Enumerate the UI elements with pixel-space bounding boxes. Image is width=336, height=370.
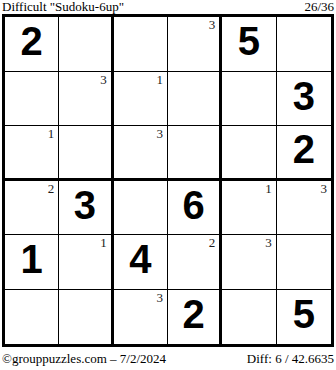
- puzzle-title: Difficult "Sudoku-6up": [2, 0, 124, 14]
- given-digit: 4: [114, 233, 167, 287]
- pencil-mark: 3: [156, 290, 163, 305]
- given-digit: 5: [222, 15, 275, 69]
- cell-r5c2[interactable]: 1: [59, 235, 113, 290]
- header-bar: Difficult "Sudoku-6up" 26/36: [0, 0, 336, 14]
- cell-r3c2[interactable]: [59, 126, 113, 181]
- cell-r4c6[interactable]: 3: [277, 181, 331, 236]
- cell-r6c5[interactable]: [222, 290, 276, 345]
- pencil-mark: 2: [209, 235, 216, 250]
- cell-r6c2[interactable]: [59, 290, 113, 345]
- cell-r2c3[interactable]: 1: [114, 72, 168, 127]
- footer-bar: ©grouppuzzles.com – 7/2/2024 Diff: 6 / 4…: [0, 352, 336, 366]
- difficulty-label: Diff: 6 / 42.6635: [247, 352, 334, 366]
- given-digit: 6: [168, 179, 219, 233]
- cell-r3c5[interactable]: [222, 126, 276, 181]
- cell-r2c4[interactable]: [168, 72, 222, 127]
- cell-r4c1[interactable]: 2: [5, 181, 59, 236]
- pencil-mark: 1: [156, 72, 163, 87]
- cell-r2c6[interactable]: 3: [277, 72, 331, 127]
- pencil-mark: 3: [156, 126, 163, 141]
- cell-r5c3[interactable]: 4: [114, 235, 168, 290]
- copyright-date-label: ©grouppuzzles.com – 7/2/2024: [2, 352, 166, 366]
- remaining-counter: 26/36: [304, 0, 334, 14]
- given-digit: 5: [277, 288, 331, 343]
- cell-r6c1[interactable]: [5, 290, 59, 345]
- cell-r1c2[interactable]: [59, 17, 113, 72]
- pencil-mark: 1: [48, 126, 55, 141]
- given-digit: 1: [5, 233, 58, 287]
- cell-r4c3[interactable]: [114, 181, 168, 236]
- cell-r4c4[interactable]: 6: [168, 181, 222, 236]
- cell-r2c1[interactable]: [5, 72, 59, 127]
- cell-r4c5[interactable]: 1: [222, 181, 276, 236]
- given-digit: 2: [5, 15, 58, 69]
- given-digit: 2: [168, 288, 219, 343]
- pencil-mark: 3: [100, 72, 107, 87]
- pencil-mark: 3: [209, 17, 216, 32]
- pencil-mark: 3: [265, 235, 272, 250]
- cell-r6c4[interactable]: 2: [168, 290, 222, 345]
- cell-r1c5[interactable]: 5: [222, 17, 276, 72]
- cell-r2c2[interactable]: 3: [59, 72, 113, 127]
- pencil-mark: 3: [320, 181, 327, 196]
- cell-r3c3[interactable]: 3: [114, 126, 168, 181]
- cell-r1c3[interactable]: [114, 17, 168, 72]
- cell-r3c1[interactable]: 1: [5, 126, 59, 181]
- cell-r6c6[interactable]: 5: [277, 290, 331, 345]
- pencil-mark: 2: [48, 181, 55, 196]
- given-digit: 2: [277, 124, 331, 176]
- cell-r3c4[interactable]: [168, 126, 222, 181]
- pencil-mark: 1: [265, 181, 272, 196]
- pencil-mark: 1: [100, 235, 107, 250]
- cell-r1c4[interactable]: 3: [168, 17, 222, 72]
- cell-r2c5[interactable]: [222, 72, 276, 127]
- cell-r3c6[interactable]: 2: [277, 126, 331, 181]
- cell-r6c3[interactable]: 3: [114, 290, 168, 345]
- cell-r5c6[interactable]: [277, 235, 331, 290]
- cell-r5c4[interactable]: 2: [168, 235, 222, 290]
- given-digit: 3: [277, 70, 331, 124]
- sudoku-board: 2353131322361311423325: [2, 14, 334, 347]
- cell-r5c5[interactable]: 3: [222, 235, 276, 290]
- cell-r4c2[interactable]: 3: [59, 181, 113, 236]
- cell-r1c1[interactable]: 2: [5, 17, 59, 72]
- cell-r1c6[interactable]: [277, 17, 331, 72]
- cell-r5c1[interactable]: 1: [5, 235, 59, 290]
- given-digit: 3: [59, 179, 110, 233]
